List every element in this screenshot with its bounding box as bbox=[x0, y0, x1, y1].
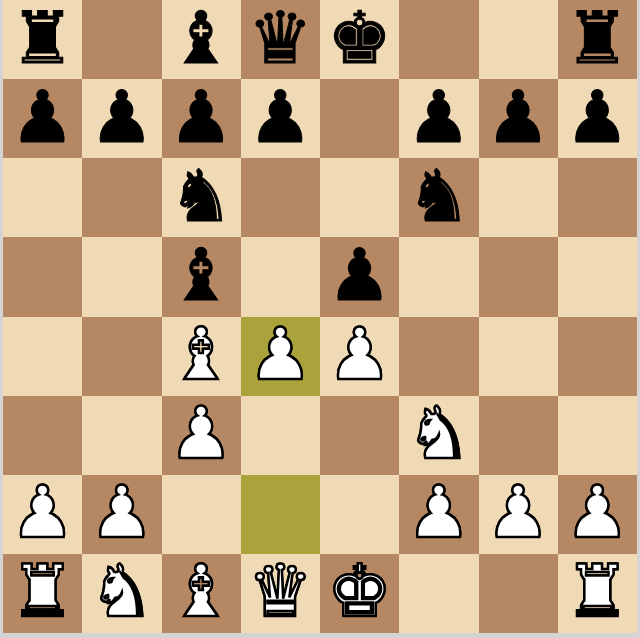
square-d2[interactable] bbox=[241, 475, 320, 554]
square-b7[interactable]: ♟ bbox=[82, 79, 161, 158]
square-c1[interactable]: ♝ bbox=[162, 554, 241, 633]
piece-black-knight[interactable]: ♞ bbox=[169, 160, 234, 232]
square-b4[interactable] bbox=[82, 317, 161, 396]
square-d6[interactable] bbox=[241, 158, 320, 237]
square-g8[interactable] bbox=[479, 0, 558, 79]
square-h1[interactable]: ♜ bbox=[558, 554, 637, 633]
square-c3[interactable]: ♟ bbox=[162, 396, 241, 475]
piece-white-pawn[interactable]: ♟ bbox=[90, 476, 155, 548]
piece-black-bishop[interactable]: ♝ bbox=[169, 239, 234, 311]
square-a2[interactable]: ♟ bbox=[3, 475, 82, 554]
square-a7[interactable]: ♟ bbox=[3, 79, 82, 158]
piece-white-queen[interactable]: ♛ bbox=[248, 555, 313, 627]
square-g5[interactable] bbox=[479, 237, 558, 316]
piece-black-pawn[interactable]: ♟ bbox=[248, 81, 313, 153]
piece-black-knight[interactable]: ♞ bbox=[407, 160, 472, 232]
square-e1[interactable]: ♚ bbox=[320, 554, 399, 633]
square-b5[interactable] bbox=[82, 237, 161, 316]
square-c2[interactable] bbox=[162, 475, 241, 554]
square-g4[interactable] bbox=[479, 317, 558, 396]
square-g1[interactable] bbox=[479, 554, 558, 633]
square-c7[interactable]: ♟ bbox=[162, 79, 241, 158]
square-f6[interactable]: ♞ bbox=[399, 158, 478, 237]
piece-white-knight[interactable]: ♞ bbox=[407, 397, 472, 469]
square-c8[interactable]: ♝ bbox=[162, 0, 241, 79]
square-b6[interactable] bbox=[82, 158, 161, 237]
square-h5[interactable] bbox=[558, 237, 637, 316]
piece-white-pawn[interactable]: ♟ bbox=[248, 318, 313, 390]
square-h7[interactable]: ♟ bbox=[558, 79, 637, 158]
square-h6[interactable] bbox=[558, 158, 637, 237]
square-f1[interactable] bbox=[399, 554, 478, 633]
piece-black-pawn[interactable]: ♟ bbox=[90, 81, 155, 153]
square-a8[interactable]: ♜ bbox=[3, 0, 82, 79]
piece-black-pawn[interactable]: ♟ bbox=[486, 81, 551, 153]
square-h4[interactable] bbox=[558, 317, 637, 396]
piece-black-pawn[interactable]: ♟ bbox=[10, 81, 75, 153]
square-g7[interactable]: ♟ bbox=[479, 79, 558, 158]
square-b1[interactable]: ♞ bbox=[82, 554, 161, 633]
piece-white-rook[interactable]: ♜ bbox=[10, 555, 75, 627]
square-d8[interactable]: ♛ bbox=[241, 0, 320, 79]
piece-black-pawn[interactable]: ♟ bbox=[407, 81, 472, 153]
square-a6[interactable] bbox=[3, 158, 82, 237]
piece-white-pawn[interactable]: ♟ bbox=[407, 476, 472, 548]
square-a3[interactable] bbox=[3, 396, 82, 475]
piece-black-bishop[interactable]: ♝ bbox=[169, 2, 234, 74]
square-a4[interactable] bbox=[3, 317, 82, 396]
square-f3[interactable]: ♞ bbox=[399, 396, 478, 475]
square-g6[interactable] bbox=[479, 158, 558, 237]
square-f7[interactable]: ♟ bbox=[399, 79, 478, 158]
square-f4[interactable] bbox=[399, 317, 478, 396]
piece-white-knight[interactable]: ♞ bbox=[90, 555, 155, 627]
piece-white-pawn[interactable]: ♟ bbox=[565, 476, 630, 548]
piece-black-rook[interactable]: ♜ bbox=[565, 2, 630, 74]
square-f5[interactable] bbox=[399, 237, 478, 316]
square-e5[interactable]: ♟ bbox=[320, 237, 399, 316]
square-e7[interactable] bbox=[320, 79, 399, 158]
square-f2[interactable]: ♟ bbox=[399, 475, 478, 554]
square-c4[interactable]: ♝ bbox=[162, 317, 241, 396]
piece-white-pawn[interactable]: ♟ bbox=[327, 318, 392, 390]
piece-white-pawn[interactable]: ♟ bbox=[486, 476, 551, 548]
piece-black-king[interactable]: ♚ bbox=[327, 2, 392, 74]
piece-white-pawn[interactable]: ♟ bbox=[169, 397, 234, 469]
piece-white-king[interactable]: ♚ bbox=[327, 555, 392, 627]
square-h3[interactable] bbox=[558, 396, 637, 475]
square-e8[interactable]: ♚ bbox=[320, 0, 399, 79]
square-b2[interactable]: ♟ bbox=[82, 475, 161, 554]
piece-white-pawn[interactable]: ♟ bbox=[10, 476, 75, 548]
square-b3[interactable] bbox=[82, 396, 161, 475]
square-c6[interactable]: ♞ bbox=[162, 158, 241, 237]
square-d5[interactable] bbox=[241, 237, 320, 316]
square-e2[interactable] bbox=[320, 475, 399, 554]
square-a5[interactable] bbox=[3, 237, 82, 316]
piece-black-rook[interactable]: ♜ bbox=[10, 2, 75, 74]
square-e4[interactable]: ♟ bbox=[320, 317, 399, 396]
square-h2[interactable]: ♟ bbox=[558, 475, 637, 554]
square-f8[interactable] bbox=[399, 0, 478, 79]
square-e6[interactable] bbox=[320, 158, 399, 237]
chess-board: ♜♝♛♚♜♟♟♟♟♟♟♟♞♞♝♟♝♟♟♟♞♟♟♟♟♟♜♞♝♛♚♜ bbox=[3, 0, 637, 633]
square-h8[interactable]: ♜ bbox=[558, 0, 637, 79]
piece-white-bishop[interactable]: ♝ bbox=[169, 318, 234, 390]
piece-black-pawn[interactable]: ♟ bbox=[565, 81, 630, 153]
square-g2[interactable]: ♟ bbox=[479, 475, 558, 554]
square-d1[interactable]: ♛ bbox=[241, 554, 320, 633]
piece-black-pawn[interactable]: ♟ bbox=[327, 239, 392, 311]
square-c5[interactable]: ♝ bbox=[162, 237, 241, 316]
square-a1[interactable]: ♜ bbox=[3, 554, 82, 633]
square-e3[interactable] bbox=[320, 396, 399, 475]
square-g3[interactable] bbox=[479, 396, 558, 475]
square-d3[interactable] bbox=[241, 396, 320, 475]
piece-black-pawn[interactable]: ♟ bbox=[169, 81, 234, 153]
square-d7[interactable]: ♟ bbox=[241, 79, 320, 158]
piece-white-bishop[interactable]: ♝ bbox=[169, 555, 234, 627]
piece-white-rook[interactable]: ♜ bbox=[565, 555, 630, 627]
piece-black-queen[interactable]: ♛ bbox=[248, 2, 313, 74]
square-d4[interactable]: ♟ bbox=[241, 317, 320, 396]
square-b8[interactable] bbox=[82, 0, 161, 79]
